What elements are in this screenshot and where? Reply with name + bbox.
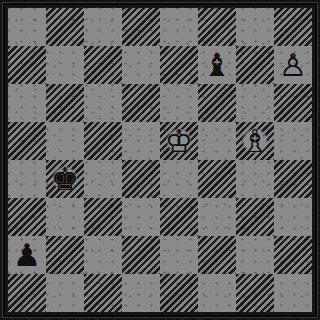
square-d5[interactable]: [122, 122, 160, 160]
piece-white-bishop-g5: ♗: [237, 123, 273, 159]
square-c6[interactable]: [84, 84, 122, 122]
square-d1[interactable]: [122, 274, 160, 312]
square-g6[interactable]: [236, 84, 274, 122]
square-b7[interactable]: [46, 46, 84, 84]
piece-black-bishop-f7: ♝: [199, 47, 235, 83]
square-g1[interactable]: [236, 274, 274, 312]
square-f5[interactable]: [198, 122, 236, 160]
square-a8[interactable]: [8, 8, 46, 46]
square-g3[interactable]: [236, 198, 274, 236]
square-b4[interactable]: ♚: [46, 160, 84, 198]
square-b1[interactable]: [46, 274, 84, 312]
chess-board: ♝♙♔♗♚♟: [5, 5, 315, 315]
square-b2[interactable]: [46, 236, 84, 274]
square-h3[interactable]: [274, 198, 312, 236]
square-e4[interactable]: [160, 160, 198, 198]
square-f3[interactable]: [198, 198, 236, 236]
square-g4[interactable]: [236, 160, 274, 198]
square-h2[interactable]: [274, 236, 312, 274]
square-e3[interactable]: [160, 198, 198, 236]
square-b5[interactable]: [46, 122, 84, 160]
square-h1[interactable]: [274, 274, 312, 312]
square-b6[interactable]: [46, 84, 84, 122]
piece-black-pawn-a2: ♟: [9, 237, 45, 273]
piece-white-king-e5: ♔: [161, 123, 197, 159]
square-g2[interactable]: [236, 236, 274, 274]
square-c5[interactable]: [84, 122, 122, 160]
square-d2[interactable]: [122, 236, 160, 274]
square-e8[interactable]: [160, 8, 198, 46]
square-g5[interactable]: ♗: [236, 122, 274, 160]
square-f4[interactable]: [198, 160, 236, 198]
square-f7[interactable]: ♝: [198, 46, 236, 84]
square-f8[interactable]: [198, 8, 236, 46]
square-e5[interactable]: ♔: [160, 122, 198, 160]
square-h6[interactable]: [274, 84, 312, 122]
square-f2[interactable]: [198, 236, 236, 274]
square-a1[interactable]: [8, 274, 46, 312]
square-h4[interactable]: [274, 160, 312, 198]
square-c1[interactable]: [84, 274, 122, 312]
square-h8[interactable]: [274, 8, 312, 46]
piece-white-pawn-h7: ♙: [275, 47, 311, 83]
square-c8[interactable]: [84, 8, 122, 46]
square-e1[interactable]: [160, 274, 198, 312]
square-h5[interactable]: [274, 122, 312, 160]
square-a7[interactable]: [8, 46, 46, 84]
square-a4[interactable]: [8, 160, 46, 198]
square-e7[interactable]: [160, 46, 198, 84]
square-d3[interactable]: [122, 198, 160, 236]
square-g7[interactable]: [236, 46, 274, 84]
square-c7[interactable]: [84, 46, 122, 84]
square-d8[interactable]: [122, 8, 160, 46]
square-b3[interactable]: [46, 198, 84, 236]
square-c4[interactable]: [84, 160, 122, 198]
square-a5[interactable]: [8, 122, 46, 160]
square-a3[interactable]: [8, 198, 46, 236]
square-e6[interactable]: [160, 84, 198, 122]
square-f6[interactable]: [198, 84, 236, 122]
square-a6[interactable]: [8, 84, 46, 122]
square-d6[interactable]: [122, 84, 160, 122]
piece-black-king-b4: ♚: [47, 161, 83, 197]
square-f1[interactable]: [198, 274, 236, 312]
square-a2[interactable]: ♟: [8, 236, 46, 274]
square-c2[interactable]: [84, 236, 122, 274]
square-b8[interactable]: [46, 8, 84, 46]
square-d7[interactable]: [122, 46, 160, 84]
square-c3[interactable]: [84, 198, 122, 236]
square-d4[interactable]: [122, 160, 160, 198]
scan-page: ♝♙♔♗♚♟: [0, 0, 320, 320]
square-g8[interactable]: [236, 8, 274, 46]
square-h7[interactable]: ♙: [274, 46, 312, 84]
square-e2[interactable]: [160, 236, 198, 274]
